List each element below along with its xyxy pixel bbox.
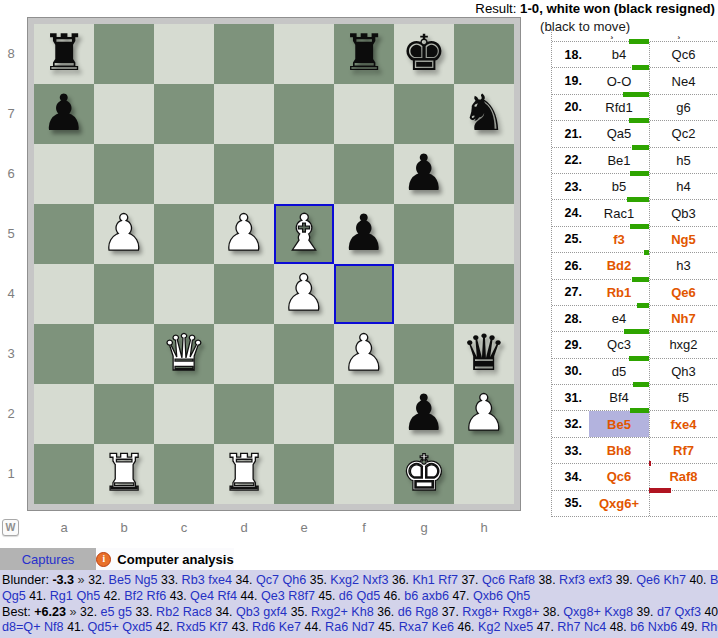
- piece-white-pawn-e4[interactable]: ♟: [274, 264, 334, 324]
- white-move-cell[interactable]: Be5: [589, 411, 649, 436]
- white-move-cell[interactable]: Bd2: [589, 253, 649, 278]
- analysis-move-link[interactable]: Qc7: [256, 573, 279, 587]
- analysis-move-link[interactable]: Rh6+: [701, 620, 718, 634]
- black-move-cell[interactable]: Qc2: [649, 121, 717, 146]
- square-b8[interactable]: [94, 24, 154, 84]
- black-move-cell[interactable]: Qe6: [649, 280, 717, 305]
- analysis-move-link[interactable]: Qe3: [261, 589, 285, 603]
- piece-white-rook-b1[interactable]: ♜: [94, 444, 154, 504]
- piece-white-pawn-b5[interactable]: ♟: [94, 204, 154, 264]
- eval-bar-white: [629, 118, 649, 123]
- square-f4[interactable]: [334, 264, 394, 324]
- analysis-move-number: 48.: [610, 620, 627, 634]
- white-move-cell[interactable]: Qc6: [589, 464, 649, 489]
- square-a8[interactable]: ♜: [34, 24, 94, 84]
- square-h1[interactable]: [454, 444, 514, 504]
- analysis-move-number: 45.: [318, 589, 335, 603]
- analysis-move-link[interactable]: Qe4: [190, 589, 214, 603]
- square-h6[interactable]: [454, 144, 514, 204]
- analysis-move-link[interactable]: Kh1: [412, 573, 434, 587]
- analysis-move-link[interactable]: Rxg2+: [311, 605, 348, 619]
- black-move-cell[interactable]: Ne4: [649, 68, 717, 93]
- eval-bar-white: [629, 356, 649, 361]
- analysis-move-number: 49.: [681, 620, 698, 634]
- square-e8[interactable]: [274, 24, 334, 84]
- analysis-move-link[interactable]: d6: [398, 605, 412, 619]
- analysis-move-link[interactable]: Kxg8: [604, 605, 633, 619]
- square-d3[interactable]: [214, 324, 274, 384]
- eval-bar-white: [637, 303, 649, 308]
- move-number: 28.: [552, 306, 589, 331]
- analysis-move-link[interactable]: Rxg8+: [462, 605, 499, 619]
- square-a6[interactable]: [34, 144, 94, 204]
- black-move-cell[interactable]: f5: [649, 385, 717, 410]
- rank-label-6: 6: [0, 144, 22, 204]
- analysis-move-number: 40.: [689, 573, 706, 587]
- white-move-cell[interactable]: Qa5: [589, 121, 649, 146]
- analysis-move-number: 39.: [636, 605, 653, 619]
- white-move-cell[interactable]: Rfd1: [589, 95, 649, 120]
- rank-label-1: 1: [0, 444, 22, 504]
- black-move: hxg2: [669, 337, 697, 352]
- piece-white-king-g1[interactable]: ♚: [394, 444, 454, 504]
- file-label-d: d: [214, 520, 274, 538]
- square-b2[interactable]: [94, 384, 154, 444]
- move-number: 32.: [552, 411, 589, 436]
- piece-white-rook-d1[interactable]: ♜: [214, 444, 274, 504]
- piece-black-queen-h3[interactable]: ♛: [454, 324, 514, 384]
- white-move-cell[interactable]: e4: [589, 306, 649, 331]
- move-row-22: 22.Be1h5: [552, 148, 717, 174]
- square-a1[interactable]: [34, 444, 94, 504]
- move-row-clipped: ¸¸: [552, 29, 717, 42]
- analysis-move-link[interactable]: exf3: [588, 573, 612, 587]
- eval-bar-white: [630, 171, 649, 176]
- analysis-move-link[interactable]: Rxd5: [176, 620, 205, 634]
- analysis-move-link[interactable]: Nxf3: [363, 573, 389, 587]
- square-g3[interactable]: [394, 324, 454, 384]
- square-c1[interactable]: [154, 444, 214, 504]
- analysis-move-link[interactable]: Raf8: [508, 573, 535, 587]
- analysis-move-link[interactable]: Nf8: [44, 620, 64, 634]
- move-row-19: 19.O-ONe4: [552, 68, 717, 94]
- black-move-cell[interactable]: Ng5: [649, 227, 717, 252]
- square-a4[interactable]: [34, 264, 94, 324]
- analysis-move-link[interactable]: Qh5: [76, 589, 100, 603]
- analysis-move-number: 33.: [161, 573, 178, 587]
- piece-white-bishop-e5[interactable]: ♝: [274, 204, 334, 264]
- file-label-f: f: [334, 520, 394, 538]
- piece-white-pawn-d5[interactable]: ♟: [214, 204, 274, 264]
- analysis-move-link[interactable]: Rac8: [183, 605, 212, 619]
- square-g1[interactable]: ♚: [394, 444, 454, 504]
- eval-bar-white: [630, 224, 649, 229]
- square-f8[interactable]: ♜: [334, 24, 394, 84]
- piece-black-pawn-a7[interactable]: ♟: [34, 84, 94, 144]
- eval-bar-white: [623, 92, 649, 97]
- white-move-cell[interactable]: Qxg6+: [589, 491, 649, 516]
- analysis-move-link[interactable]: R8f7: [288, 589, 315, 603]
- analysis-move-number: 38.: [539, 573, 556, 587]
- piece-black-king-g8[interactable]: ♚: [394, 24, 454, 84]
- white-move-cell[interactable]: Be1: [589, 148, 649, 173]
- square-b1[interactable]: ♜: [94, 444, 154, 504]
- square-c5[interactable]: [154, 204, 214, 264]
- square-a3[interactable]: [34, 324, 94, 384]
- white-move-cell[interactable]: d5: [589, 359, 649, 384]
- analysis-move-link[interactable]: Rh7: [557, 620, 580, 634]
- analysis-move-link[interactable]: Qh6: [283, 573, 307, 587]
- move-list: ¸¸18.b4Qc619.O-ONe420.Rfd1g621.Qa5Qc222.…: [551, 29, 717, 517]
- white-move-cell[interactable]: O-O: [589, 68, 649, 93]
- analysis-move-link[interactable]: Rg8: [415, 605, 438, 619]
- analysis-move-number: 37.: [442, 605, 459, 619]
- white-move-cell[interactable]: Rb1: [589, 280, 649, 305]
- square-f6[interactable]: [334, 144, 394, 204]
- analysis-move-number: 32.: [80, 605, 97, 619]
- analysis-move-number: 44.: [241, 589, 258, 603]
- analysis-move-link[interactable]: Rb2: [156, 605, 179, 619]
- square-g8[interactable]: ♚: [394, 24, 454, 84]
- analysis-move-number: 43.: [232, 620, 249, 634]
- black-move-cell[interactable]: Qc6: [649, 42, 717, 67]
- analysis-move-link[interactable]: Ke7: [279, 620, 301, 634]
- black-move-cell[interactable]: h4: [649, 174, 717, 199]
- rank-label-3: 3: [0, 324, 22, 384]
- square-d5[interactable]: ♟: [214, 204, 274, 264]
- analysis-separator: »: [74, 573, 88, 587]
- square-g7[interactable]: [394, 84, 454, 144]
- analysis-move-number: 38.: [543, 605, 560, 619]
- white-move: Bd2: [607, 258, 632, 273]
- analysis-move-link[interactable]: Bg3: [710, 573, 718, 587]
- analysis-move-link[interactable]: Rd6: [252, 620, 275, 634]
- eval-bar-white: [632, 65, 649, 70]
- best-line-1: Best: +6.23 » 32. e5 g5 33. Rb2 Rac8 34.…: [0, 605, 718, 621]
- analysis-move-link[interactable]: Kh8: [351, 605, 373, 619]
- black-move-cell[interactable]: g6: [649, 95, 717, 120]
- white-move-cell[interactable]: Bf4: [589, 385, 649, 410]
- square-g6[interactable]: ♟: [394, 144, 454, 204]
- analysis-move-link[interactable]: Qxd5: [122, 620, 152, 634]
- move-number: 19.: [552, 68, 589, 93]
- analysis-move-number: 47.: [452, 589, 469, 603]
- black-move-cell[interactable]: Raf8: [649, 464, 717, 489]
- piece-white-queen-c3[interactable]: ♛: [154, 324, 214, 384]
- analysis-move-link[interactable]: Qxf3: [674, 605, 701, 619]
- piece-black-pawn-g2[interactable]: ♟: [394, 384, 454, 444]
- eval-bar-white: [630, 408, 649, 413]
- chess-board-frame: ♜♜♚♟♞♟♟♟♝♟♟♛♟♛♟♟♜♜♚: [28, 18, 520, 510]
- analysis-move-link[interactable]: Qd5+: [88, 620, 119, 634]
- analysis-move-link[interactable]: Rf4: [217, 589, 237, 603]
- move-row-20: 20.Rfd1g6: [552, 95, 717, 121]
- analysis-move-number: 40.: [705, 605, 718, 619]
- square-f1[interactable]: [334, 444, 394, 504]
- square-b7[interactable]: [94, 84, 154, 144]
- result-label: Result:: [475, 1, 516, 16]
- square-h8[interactable]: [454, 24, 514, 84]
- move-number: 35.: [552, 491, 589, 516]
- analysis-move-link[interactable]: e5: [101, 605, 115, 619]
- black-move-cell[interactable]: fxe4: [649, 411, 717, 436]
- move-number: 18.: [552, 42, 589, 67]
- analysis-move-link[interactable]: Qxg8+: [563, 605, 600, 619]
- black-move: h4: [676, 179, 690, 194]
- move-row-34: 34.Qc6Raf8: [552, 464, 717, 490]
- black-move: h3: [676, 258, 690, 273]
- black-move: Ng5: [671, 232, 696, 247]
- move-number: 26.: [552, 253, 589, 278]
- move-number: 23.: [552, 174, 589, 199]
- analysis-move-link[interactable]: Nc4: [584, 620, 606, 634]
- black-move: h5: [676, 153, 690, 168]
- square-d6[interactable]: [214, 144, 274, 204]
- white-move-cell[interactable]: f3: [589, 227, 649, 252]
- piece-black-rook-a8[interactable]: ♜: [34, 24, 94, 84]
- black-move: Qc6: [672, 47, 696, 62]
- square-e1[interactable]: [274, 444, 334, 504]
- analysis-move-link[interactable]: b6: [404, 589, 418, 603]
- black-move-cell[interactable]: Rf7: [649, 438, 717, 463]
- black-move: Raf8: [669, 469, 697, 484]
- file-label-b: b: [94, 520, 154, 538]
- analysis-separator: »: [66, 605, 80, 619]
- black-move: fxe4: [670, 417, 696, 432]
- square-e2[interactable]: [274, 384, 334, 444]
- tab-computer-analysis[interactable]: i Computer analysis: [96, 548, 234, 570]
- analysis-entry-label: Blunder:: [2, 573, 52, 587]
- move-number: 21.: [552, 121, 589, 146]
- square-d7[interactable]: [214, 84, 274, 144]
- analysis-move-link[interactable]: Qe6: [636, 573, 660, 587]
- analysis-move-link[interactable]: Be5: [109, 573, 131, 587]
- square-h3[interactable]: ♛: [454, 324, 514, 384]
- analysis-move-link[interactable]: Rf7: [438, 573, 458, 587]
- square-f2[interactable]: [334, 384, 394, 444]
- analysis-move-link[interactable]: Rxf3: [559, 573, 585, 587]
- analysis-move-number: 47.: [537, 620, 554, 634]
- analysis-move-link[interactable]: Rxa7: [399, 620, 428, 634]
- analysis-move-number: 37.: [461, 573, 478, 587]
- square-h4[interactable]: [454, 264, 514, 324]
- square-c8[interactable]: [154, 24, 214, 84]
- black-move-cell[interactable]: hxg2: [649, 332, 717, 357]
- square-c2[interactable]: [154, 384, 214, 444]
- move-row-29: 29.Qc3hxg2: [552, 332, 717, 358]
- square-a5[interactable]: [34, 204, 94, 264]
- analysis-move-number: 33.: [136, 605, 153, 619]
- black-move: Qh3: [671, 364, 696, 379]
- square-g2[interactable]: ♟: [394, 384, 454, 444]
- white-move: Bh8: [607, 443, 632, 458]
- analysis-move-link[interactable]: Bf2: [124, 589, 143, 603]
- analysis-move-link[interactable]: Kf7: [209, 620, 228, 634]
- analysis-move-link[interactable]: Qh5: [507, 589, 531, 603]
- white-move: d5: [612, 364, 626, 379]
- square-g4[interactable]: [394, 264, 454, 324]
- black-move-cell[interactable]: Qh3: [649, 359, 717, 384]
- analysis-move-number: 46.: [458, 620, 475, 634]
- best-line-2: d8=Q+ Nf8 41. Qd5+ Qxd5 42. Rxd5 Kf7 43.…: [0, 620, 718, 636]
- move-row-33: 33.Bh8Rf7: [552, 438, 717, 464]
- analysis-move-number: 34.: [235, 573, 252, 587]
- analysis-move-link[interactable]: Rxg8+: [503, 605, 540, 619]
- analysis-move-number: 32.: [88, 573, 105, 587]
- black-move: f5: [678, 390, 689, 405]
- black-move-cell[interactable]: Qb3: [649, 200, 717, 225]
- square-c3[interactable]: ♛: [154, 324, 214, 384]
- square-a2[interactable]: [34, 384, 94, 444]
- analysis-move-link[interactable]: Ra6: [325, 620, 348, 634]
- analysis-move-link[interactable]: g5: [118, 605, 132, 619]
- white-move-cell[interactable]: b5: [589, 174, 649, 199]
- analysis-move-link[interactable]: Nd7: [352, 620, 375, 634]
- blunder-line-2: Qg5 41. Rg1 Qh5 42. Bf2 Rf6 43. Qe4 Rf4 …: [0, 589, 718, 605]
- black-move-cell[interactable]: Nh7: [649, 306, 717, 331]
- square-c7[interactable]: [154, 84, 214, 144]
- analysis-move-link[interactable]: Nxb6: [648, 620, 677, 634]
- analysis-move-number: 41.: [67, 620, 84, 634]
- black-move-cell[interactable]: [649, 491, 717, 516]
- piece-black-pawn-f5[interactable]: ♟: [334, 204, 394, 264]
- square-e4[interactable]: ♟: [274, 264, 334, 324]
- square-h2[interactable]: ♟: [454, 384, 514, 444]
- analysis-move-number: 36.: [392, 573, 409, 587]
- black-move: Qe6: [671, 285, 696, 300]
- white-move: Bf4: [609, 390, 629, 405]
- square-d1[interactable]: ♜: [214, 444, 274, 504]
- square-g5[interactable]: [394, 204, 454, 264]
- square-e6[interactable]: [274, 144, 334, 204]
- analysis-move-link[interactable]: d6: [339, 589, 353, 603]
- analysis-move-link[interactable]: Kxg2: [330, 573, 359, 587]
- rank-label-2: 2: [0, 384, 22, 444]
- analysis-move-link[interactable]: Nxe5: [504, 620, 533, 634]
- clipped-move-fragment: ¸: [677, 25, 681, 39]
- analysis-move-link[interactable]: Rg1: [50, 589, 73, 603]
- analysis-move-link[interactable]: Qg5: [2, 589, 26, 603]
- analysis-move-number: 39.: [616, 573, 633, 587]
- analysis-move-link[interactable]: b6: [630, 620, 644, 634]
- analysis-move-number: 36.: [377, 605, 394, 619]
- analysis-move-link[interactable]: Rb3: [182, 573, 205, 587]
- analysis-move-link[interactable]: Rf6: [147, 589, 167, 603]
- black-move-cell[interactable]: h3: [649, 253, 717, 278]
- square-e5[interactable]: ♝: [274, 204, 334, 264]
- square-e3[interactable]: [274, 324, 334, 384]
- move-number: 25.: [552, 227, 589, 252]
- analysis-move-number: 46.: [384, 589, 401, 603]
- white-move-cell[interactable]: Qc3: [589, 332, 649, 357]
- analysis-move-link[interactable]: Kg2: [478, 620, 500, 634]
- square-d4[interactable]: [214, 264, 274, 324]
- analysis-eval-value: -3.3: [52, 573, 74, 587]
- white-move: f3: [613, 232, 625, 247]
- piece-white-pawn-f3[interactable]: ♟: [334, 324, 394, 384]
- analysis-move-number: 35.: [291, 605, 308, 619]
- tab-captures[interactable]: Captures: [0, 548, 96, 570]
- piece-black-knight-h7[interactable]: ♞: [454, 84, 514, 144]
- square-c4[interactable]: [154, 264, 214, 324]
- move-number: 30.: [552, 359, 589, 384]
- analysis-move-link[interactable]: gxf4: [263, 605, 287, 619]
- square-f3[interactable]: ♟: [334, 324, 394, 384]
- result-value: 1-0, white won (black resigned): [520, 1, 715, 16]
- black-move: Qb3: [671, 206, 696, 221]
- white-move-cell[interactable]: Bh8: [589, 438, 649, 463]
- analysis-move-link[interactable]: d8=Q+: [2, 620, 41, 634]
- move-row-21: 21.Qa5Qc2: [552, 121, 717, 147]
- analysis-move-number: 41.: [29, 589, 46, 603]
- white-move: Qc6: [607, 469, 632, 484]
- clipped-move-fragment: ¸: [610, 25, 614, 39]
- analysis-move-link[interactable]: Qd5: [356, 589, 380, 603]
- analysis-move-link[interactable]: Ke6: [432, 620, 454, 634]
- move-row-35: 35.Qxg6+: [552, 491, 717, 517]
- square-b5[interactable]: ♟: [94, 204, 154, 264]
- white-move: Rac1: [604, 206, 634, 221]
- square-b6[interactable]: [94, 144, 154, 204]
- analysis-move-link[interactable]: Qc6: [482, 573, 505, 587]
- square-f7[interactable]: [334, 84, 394, 144]
- file-label-a: a: [34, 520, 94, 538]
- result-line: Result: 1-0, white won (black resigned): [475, 1, 715, 16]
- white-side-indicator: W: [2, 519, 19, 536]
- analysis-entry-label: Best:: [2, 605, 34, 619]
- rank-label-7: 7: [0, 84, 22, 144]
- analysis-move-link[interactable]: axb6: [422, 589, 449, 603]
- white-move-cell[interactable]: Rac1: [589, 200, 649, 225]
- analysis-move-link[interactable]: fxe4: [208, 573, 232, 587]
- eval-bar-black: [649, 488, 671, 493]
- square-c6[interactable]: [154, 144, 214, 204]
- file-label-g: g: [394, 520, 454, 538]
- white-move-cell[interactable]: b4: [589, 42, 649, 67]
- move-number: 20.: [552, 95, 589, 120]
- move-row-30: 30.d5Qh3: [552, 359, 717, 385]
- square-f5[interactable]: ♟: [334, 204, 394, 264]
- square-a7[interactable]: ♟: [34, 84, 94, 144]
- square-b4[interactable]: [94, 264, 154, 324]
- black-move: Rf7: [673, 443, 694, 458]
- square-h7[interactable]: ♞: [454, 84, 514, 144]
- black-move-cell[interactable]: h5: [649, 148, 717, 173]
- piece-black-rook-f8[interactable]: ♜: [334, 24, 394, 84]
- piece-white-pawn-h2[interactable]: ♟: [454, 384, 514, 444]
- white-move: Be1: [607, 153, 630, 168]
- analysis-move-link[interactable]: d7: [657, 605, 671, 619]
- move-number: 22.: [552, 148, 589, 173]
- black-move: Nh7: [671, 311, 696, 326]
- square-e7[interactable]: [274, 84, 334, 144]
- analysis-move-link[interactable]: Ng5: [135, 573, 158, 587]
- analysis-move-link[interactable]: Qxb6: [473, 589, 503, 603]
- rank-label-8: 8: [0, 24, 22, 84]
- analysis-move-link[interactable]: Kh7: [664, 573, 686, 587]
- square-b3[interactable]: [94, 324, 154, 384]
- tab-computer-analysis-label: Computer analysis: [117, 552, 233, 567]
- move-number: 24.: [552, 200, 589, 225]
- piece-black-pawn-g6[interactable]: ♟: [394, 144, 454, 204]
- square-d2[interactable]: [214, 384, 274, 444]
- analysis-move-link[interactable]: Qb3: [236, 605, 260, 619]
- analysis-move-number: 42.: [104, 589, 121, 603]
- square-d8[interactable]: [214, 24, 274, 84]
- move-row-23: 23.b5h4: [552, 174, 717, 200]
- square-h5[interactable]: [454, 204, 514, 264]
- file-label-h: h: [454, 520, 514, 538]
